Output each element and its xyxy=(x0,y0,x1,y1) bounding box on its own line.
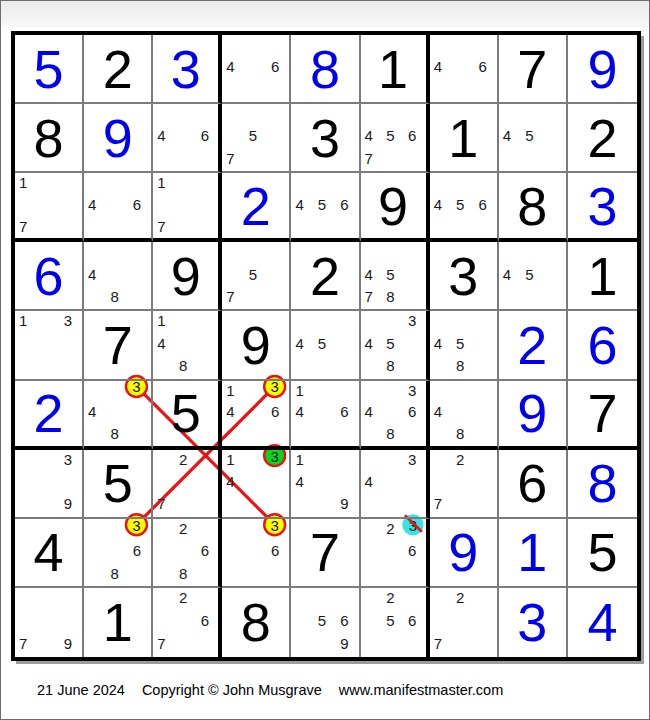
big-digit: 2 xyxy=(499,311,566,378)
pencil-mark: 4 xyxy=(291,402,313,424)
cell-r2c8[interactable]: 45 xyxy=(499,104,568,173)
pencil-mark: 7 xyxy=(361,287,383,309)
big-digit: 6 xyxy=(568,311,637,378)
big-digit: 6 xyxy=(15,242,82,309)
cell-r1c7[interactable]: 46 xyxy=(430,35,499,104)
big-digit: 2 xyxy=(568,104,637,171)
pencil-mark: 6 xyxy=(336,195,358,217)
cell-r9c3[interactable]: 267 xyxy=(153,588,222,657)
cell-r9c6[interactable]: 256 xyxy=(361,588,430,657)
big-digit: 9 xyxy=(361,173,426,238)
pencil-mark: 7 xyxy=(15,634,37,657)
cell-r8c8[interactable]: 1 xyxy=(499,519,568,588)
pencil-mark: 6 xyxy=(197,541,219,563)
pencil-mark: 5 xyxy=(314,611,336,634)
pencil-mark: 4 xyxy=(361,265,383,287)
cell-r8c3[interactable]: 268 xyxy=(153,519,222,588)
pencil-mark: 6 xyxy=(404,541,426,563)
cell-r3c6[interactable]: 9 xyxy=(361,173,430,242)
pencil-mark: 7 xyxy=(361,149,383,171)
pencil-mark: 4 xyxy=(291,195,313,217)
cell-r6c8[interactable]: 9 xyxy=(499,381,568,450)
big-digit: 8 xyxy=(222,588,289,657)
pencil-mark: 6 xyxy=(267,402,289,424)
cell-r3c8[interactable]: 8 xyxy=(499,173,568,242)
big-digit: 3 xyxy=(568,173,637,238)
big-digit: 3 xyxy=(153,35,218,102)
cell-r8c1[interactable]: 4 xyxy=(15,519,84,588)
big-digit: 8 xyxy=(291,35,358,102)
big-digit: 7 xyxy=(499,35,566,102)
cell-r2c1[interactable]: 8 xyxy=(15,104,84,173)
big-digit: 5 xyxy=(153,381,218,446)
pencil-mark: 1 xyxy=(153,311,175,333)
cell-r7c1[interactable]: 39 xyxy=(15,450,84,519)
cell-r2c2[interactable]: 9 xyxy=(84,104,153,173)
cell-r2c4[interactable]: 57 xyxy=(222,104,291,173)
big-digit: 7 xyxy=(84,311,151,378)
cell-r9c1[interactable]: 79 xyxy=(15,588,84,657)
cell-r1c3[interactable]: 3 xyxy=(153,35,222,104)
cell-r5c6[interactable]: 3458 xyxy=(361,311,430,380)
cell-r4c3[interactable]: 9 xyxy=(153,242,222,311)
pencil-mark: 4 xyxy=(222,57,244,79)
cell-r3c7[interactable]: 456 xyxy=(430,173,499,242)
big-digit: 9 xyxy=(568,35,637,102)
pencil-mark: 6 xyxy=(474,57,496,79)
pencil-mark: 8 xyxy=(175,564,197,586)
big-digit: 1 xyxy=(361,35,426,102)
pencil-mark: 6 xyxy=(267,541,289,563)
pencil-mark: 6 xyxy=(336,611,358,634)
big-digit: 2 xyxy=(222,173,289,238)
cell-r8c7[interactable]: 9 xyxy=(430,519,499,588)
pencil-mark: 4 xyxy=(361,126,383,148)
pencil-mark: 9 xyxy=(60,634,82,657)
cell-r2c3[interactable]: 46 xyxy=(153,104,222,173)
cell-r3c2[interactable]: 46 xyxy=(84,173,153,242)
pencil-mark: 2 xyxy=(175,450,197,472)
pencil-mark: 4 xyxy=(153,334,175,356)
pencil-mark: 5 xyxy=(452,195,474,217)
cell-r9c7[interactable]: 27 xyxy=(430,588,499,657)
footer-copyright: Copyright © John Musgrave xyxy=(142,682,322,698)
big-digit: 2 xyxy=(84,35,151,102)
cell-r2c6[interactable]: 4567 xyxy=(361,104,430,173)
big-digit: 9 xyxy=(84,104,151,171)
big-digit: 9 xyxy=(499,381,566,446)
cell-r4c4[interactable]: 57 xyxy=(222,242,291,311)
cell-r3c4[interactable]: 2 xyxy=(222,173,291,242)
pencil-mark: 4 xyxy=(84,265,106,287)
pencil-mark: 7 xyxy=(222,149,244,171)
pencil-mark: 4 xyxy=(430,195,452,217)
pencil-mark: 8 xyxy=(452,424,474,446)
pencil-mark: 6 xyxy=(197,611,219,634)
pencil-mark: 6 xyxy=(404,126,426,148)
pencil-mark: 5 xyxy=(382,611,404,634)
cell-r1c2[interactable]: 2 xyxy=(84,35,153,104)
big-digit: 8 xyxy=(499,173,566,238)
pencil-mark: 4 xyxy=(361,472,383,494)
pencil-mark: 3 xyxy=(60,450,82,472)
pencil-mark: 2 xyxy=(382,588,404,611)
cell-r7c8[interactable]: 6 xyxy=(499,450,568,519)
cell-r5c9[interactable]: 6 xyxy=(568,311,637,380)
cell-r4c2[interactable]: 48 xyxy=(84,242,153,311)
big-digit: 9 xyxy=(222,311,289,378)
cell-r7c6[interactable]: 34 xyxy=(361,450,430,519)
cell-r9c8[interactable]: 3 xyxy=(499,588,568,657)
pencil-mark: 4 xyxy=(84,195,106,217)
pencil-mark: 5 xyxy=(245,265,267,287)
cell-r4c6[interactable]: 4578 xyxy=(361,242,430,311)
pencil-mark: 2 xyxy=(452,450,474,472)
big-digit: 6 xyxy=(499,450,566,517)
cell-r5c1[interactable]: 13 xyxy=(15,311,84,380)
pencil-mark: 5 xyxy=(314,195,336,217)
big-digit: 3 xyxy=(499,588,566,657)
cell-r1c5[interactable]: 8 xyxy=(291,35,360,104)
cell-r4c1[interactable]: 6 xyxy=(15,242,84,311)
pencil-mark: 8 xyxy=(382,287,404,309)
pencil-mark: 7 xyxy=(430,494,452,516)
pencil-mark: 4 xyxy=(361,334,383,356)
pencil-mark: 4 xyxy=(361,402,383,424)
pencil-mark: 9 xyxy=(60,494,82,516)
pencil-mark: 3 xyxy=(404,381,426,403)
big-digit: 4 xyxy=(568,588,637,657)
big-digit: 9 xyxy=(430,519,497,586)
pencil-mark: 7 xyxy=(15,217,37,239)
cell-r8c9[interactable]: 5 xyxy=(568,519,637,588)
cell-r7c5[interactable]: 149 xyxy=(291,450,360,519)
pencil-mark: 8 xyxy=(175,356,197,378)
pencil-mark: 7 xyxy=(430,634,452,657)
pencil-mark: 2 xyxy=(175,519,197,541)
pencil-mark: 4 xyxy=(499,265,521,287)
pencil-mark: 6 xyxy=(267,57,289,79)
pencil-mark: 7 xyxy=(153,634,175,657)
pencil-mark: 6 xyxy=(129,195,151,217)
pencil-mark: 5 xyxy=(382,126,404,148)
pencil-mark: 4 xyxy=(291,334,313,356)
pencil-mark: 2 xyxy=(175,588,197,611)
cell-r5c7[interactable]: 458 xyxy=(430,311,499,380)
big-digit: 3 xyxy=(430,242,497,309)
pencil-mark: 7 xyxy=(222,287,244,309)
pencil-mark: 8 xyxy=(452,356,474,378)
cell-r6c7[interactable]: 48 xyxy=(430,381,499,450)
pencil-mark: 5 xyxy=(382,265,404,287)
pencil-mark: 4 xyxy=(499,126,521,148)
pencil-mark: 5 xyxy=(452,334,474,356)
pencil-mark: 1 xyxy=(15,173,37,195)
big-digit: 5 xyxy=(84,450,151,517)
big-digit: 7 xyxy=(291,519,358,586)
cell-r3c5[interactable]: 456 xyxy=(291,173,360,242)
cell-r6c9[interactable]: 7 xyxy=(568,381,637,450)
cell-r4c5[interactable]: 2 xyxy=(291,242,360,311)
cell-r5c8[interactable]: 2 xyxy=(499,311,568,380)
cell-r3c3[interactable]: 17 xyxy=(153,173,222,242)
footer-website: www.manifestmaster.com xyxy=(339,682,503,698)
pencil-mark: 5 xyxy=(314,334,336,356)
cell-r2c9[interactable]: 2 xyxy=(568,104,637,173)
pencil-mark: 1 xyxy=(291,450,313,472)
big-digit: 4 xyxy=(15,519,82,586)
pencil-mark: 4 xyxy=(222,402,244,424)
cell-r7c7[interactable]: 27 xyxy=(430,450,499,519)
pencil-mark: 6 xyxy=(404,611,426,634)
big-digit: 1 xyxy=(499,519,566,586)
pencil-mark: 3 xyxy=(404,450,426,472)
app-window: 333333 523468146798946573456714521746172… xyxy=(0,0,650,720)
big-digit: 5 xyxy=(568,519,637,586)
cell-r1c4[interactable]: 46 xyxy=(222,35,291,104)
toolbar-strip xyxy=(1,1,649,27)
pencil-mark: 1 xyxy=(15,311,37,333)
big-digit: 3 xyxy=(291,104,358,171)
pencil-mark: 5 xyxy=(382,334,404,356)
cell-r4c9[interactable]: 1 xyxy=(568,242,637,311)
big-digit: 2 xyxy=(291,242,358,309)
big-digit: 8 xyxy=(568,450,637,517)
pencil-mark: 5 xyxy=(245,126,267,148)
pencil-mark: 8 xyxy=(382,424,404,446)
cell-r9c5[interactable]: 569 xyxy=(291,588,360,657)
big-digit: 8 xyxy=(15,104,82,171)
cell-r2c7[interactable]: 1 xyxy=(430,104,499,173)
cell-r4c7[interactable]: 3 xyxy=(430,242,499,311)
cell-r1c9[interactable]: 9 xyxy=(568,35,637,104)
pencil-mark: 4 xyxy=(430,334,452,356)
cell-r5c4[interactable]: 9 xyxy=(222,311,291,380)
pencil-mark: 2 xyxy=(382,519,404,541)
pencil-mark: 4 xyxy=(291,472,313,494)
pencil-mark: 8 xyxy=(106,287,128,309)
big-digit: 2 xyxy=(15,381,82,446)
cell-r3c9[interactable]: 3 xyxy=(568,173,637,242)
cell-r6c3[interactable]: 5 xyxy=(153,381,222,450)
pencil-mark: 2 xyxy=(452,588,474,611)
pencil-mark: 4 xyxy=(430,57,452,79)
cell-r5c3[interactable]: 148 xyxy=(153,311,222,380)
pencil-mark: 8 xyxy=(382,356,404,378)
cell-r6c4[interactable]: 146 xyxy=(222,381,291,450)
big-digit: 1 xyxy=(430,104,497,171)
big-digit: 1 xyxy=(568,242,637,309)
cell-r1c1[interactable]: 5 xyxy=(15,35,84,104)
big-digit: 1 xyxy=(84,588,151,657)
pencil-mark: 3 xyxy=(404,311,426,333)
pencil-mark: 9 xyxy=(336,634,358,657)
pencil-mark: 1 xyxy=(291,381,313,403)
pencil-mark: 6 xyxy=(336,402,358,424)
pencil-mark: 9 xyxy=(336,494,358,516)
cell-r8c2[interactable]: 68 xyxy=(84,519,153,588)
pencil-mark: 6 xyxy=(404,402,426,424)
cell-r9c4[interactable]: 8 xyxy=(222,588,291,657)
cell-r8c4[interactable]: 6 xyxy=(222,519,291,588)
sudoku-board[interactable]: 333333 523468146798946573456714521746172… xyxy=(11,31,641,661)
pencil-mark: 1 xyxy=(153,173,175,195)
cell-r6c2[interactable]: 48 xyxy=(84,381,153,450)
cell-r1c6[interactable]: 1 xyxy=(361,35,430,104)
pencil-mark: 7 xyxy=(153,494,175,516)
pencil-mark: 4 xyxy=(84,402,106,424)
pencil-mark: 8 xyxy=(106,564,128,586)
cell-r7c3[interactable]: 27 xyxy=(153,450,222,519)
footer-date: 21 June 2024 xyxy=(37,682,125,698)
pencil-mark: 8 xyxy=(106,424,128,446)
cell-r8c6[interactable]: 26 xyxy=(361,519,430,588)
pencil-mark: 5 xyxy=(521,126,543,148)
cell-r6c6[interactable]: 3468 xyxy=(361,381,430,450)
cell-r8c5[interactable]: 7 xyxy=(291,519,360,588)
pencil-mark: 4 xyxy=(153,126,175,148)
pencil-mark: 4 xyxy=(222,472,244,494)
footer: 21 June 2024 Copyright © John Musgrave w… xyxy=(37,682,503,698)
cell-r6c1[interactable]: 2 xyxy=(15,381,84,450)
cell-r7c9[interactable]: 8 xyxy=(568,450,637,519)
pencil-mark: 1 xyxy=(222,450,244,472)
pencil-mark: 6 xyxy=(474,195,496,217)
pencil-mark: 5 xyxy=(521,265,543,287)
big-digit: 7 xyxy=(568,381,637,446)
pencil-mark: 6 xyxy=(197,126,219,148)
pencil-mark: 7 xyxy=(153,217,175,239)
pencil-mark: 6 xyxy=(129,541,151,563)
big-digit: 5 xyxy=(15,35,82,102)
cell-r4c8[interactable]: 45 xyxy=(499,242,568,311)
pencil-mark: 1 xyxy=(222,381,244,403)
cell-r1c8[interactable]: 7 xyxy=(499,35,568,104)
cell-r7c4[interactable]: 14 xyxy=(222,450,291,519)
cell-r6c5[interactable]: 146 xyxy=(291,381,360,450)
cell-r5c5[interactable]: 45 xyxy=(291,311,360,380)
pencil-mark: 3 xyxy=(60,311,82,333)
cell-r3c1[interactable]: 17 xyxy=(15,173,84,242)
cell-r7c2[interactable]: 5 xyxy=(84,450,153,519)
big-digit: 9 xyxy=(153,242,218,309)
pencil-mark: 4 xyxy=(430,402,452,424)
cell-r2c5[interactable]: 3 xyxy=(291,104,360,173)
cell-r9c2[interactable]: 1 xyxy=(84,588,153,657)
cell-r5c2[interactable]: 7 xyxy=(84,311,153,380)
cell-r9c9[interactable]: 4 xyxy=(568,588,637,657)
